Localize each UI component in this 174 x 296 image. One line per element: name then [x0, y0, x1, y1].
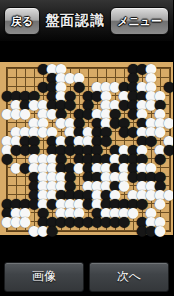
board-cell[interactable]: ● [93, 82, 102, 91]
board-cell[interactable]: ● [129, 109, 138, 118]
board-cell[interactable]: ● [93, 163, 102, 172]
image-button[interactable]: 画像 [4, 262, 84, 292]
board-cell[interactable]: ● [138, 226, 147, 235]
board-cell[interactable] [3, 64, 12, 73]
board-cell[interactable]: ● [21, 208, 30, 217]
board-cell[interactable] [12, 172, 21, 181]
board-cell[interactable] [156, 208, 165, 217]
board-cell[interactable]: ● [48, 199, 57, 208]
board-cell[interactable]: ● [102, 82, 111, 91]
board-cell[interactable]: ● [120, 100, 129, 109]
board-cell[interactable] [165, 127, 174, 136]
board-cell[interactable] [30, 217, 39, 226]
board-cell[interactable]: ● [129, 91, 138, 100]
board-cell[interactable]: ● [39, 172, 48, 181]
board-cell[interactable]: ● [93, 109, 102, 118]
board-cell[interactable]: ● [138, 91, 147, 100]
board-cell[interactable] [57, 226, 66, 235]
board-cell[interactable]: ● [138, 136, 147, 145]
board-cell[interactable]: ● [3, 217, 12, 226]
board-cell[interactable]: ● [12, 163, 21, 172]
board-cell[interactable]: ● [102, 154, 111, 163]
board-cell[interactable]: ● [30, 163, 39, 172]
board-cell[interactable]: ● [102, 91, 111, 100]
board-cell[interactable]: ● [147, 91, 156, 100]
board-cell[interactable]: ● [57, 73, 66, 82]
board-cell[interactable]: ● [147, 208, 156, 217]
board-cell[interactable]: ● [75, 73, 84, 82]
board-cell[interactable]: ● [156, 181, 165, 190]
board-cell[interactable]: ● [12, 136, 21, 145]
board-cell[interactable] [111, 127, 120, 136]
board-cell[interactable] [3, 172, 12, 181]
board-cell[interactable] [156, 163, 165, 172]
board-cell[interactable] [138, 208, 147, 217]
board-cell[interactable] [30, 64, 39, 73]
board-cell[interactable]: ● [84, 199, 93, 208]
board-cell[interactable] [156, 73, 165, 82]
board-cell[interactable]: ● [75, 109, 84, 118]
board-cell[interactable]: ● [84, 190, 93, 199]
board-cell[interactable]: ● [156, 100, 165, 109]
board-cell[interactable] [165, 91, 174, 100]
board-cell[interactable] [66, 82, 75, 91]
board-cell[interactable]: ● [57, 181, 66, 190]
board-cell[interactable] [120, 226, 129, 235]
board-cell[interactable]: ● [129, 154, 138, 163]
board-cell[interactable]: ● [102, 199, 111, 208]
board-cell[interactable]: ● [111, 109, 120, 118]
board-cell[interactable] [147, 154, 156, 163]
board-cell[interactable]: ● [156, 118, 165, 127]
board-cell[interactable]: ● [156, 190, 165, 199]
board-cell[interactable]: ● [21, 199, 30, 208]
board-cell[interactable]: ● [93, 199, 102, 208]
board-cell[interactable]: ● [102, 190, 111, 199]
board-cell[interactable]: ● [138, 127, 147, 136]
board-cell[interactable]: ● [75, 199, 84, 208]
board-cell[interactable]: ● [57, 145, 66, 154]
board-cell[interactable]: ● [66, 163, 75, 172]
board-cell[interactable]: ● [48, 181, 57, 190]
board-cell[interactable]: ● [12, 91, 21, 100]
board-cell[interactable] [165, 181, 174, 190]
board-cell[interactable] [165, 163, 174, 172]
board-cell[interactable]: ● [138, 100, 147, 109]
board-cell[interactable] [3, 163, 12, 172]
board-cell[interactable]: ● [3, 208, 12, 217]
board-cell[interactable] [12, 64, 21, 73]
board-cell[interactable]: ● [48, 127, 57, 136]
board-cell[interactable] [147, 199, 156, 208]
board-cell[interactable]: ● [102, 118, 111, 127]
board-cell[interactable] [93, 100, 102, 109]
board-cell[interactable]: ● [30, 127, 39, 136]
board-cell[interactable]: ● [138, 64, 147, 73]
next-button[interactable]: 次へ [89, 262, 169, 292]
board-cell[interactable]: ● [57, 154, 66, 163]
board-cell[interactable] [138, 73, 147, 82]
board-cell[interactable] [93, 64, 102, 73]
board-cell[interactable] [165, 100, 174, 109]
board-cell[interactable]: ● [57, 118, 66, 127]
board-cell[interactable]: ● [147, 136, 156, 145]
board-cell[interactable]: ● [120, 208, 129, 217]
board-cell[interactable]: ● [111, 217, 120, 226]
board-cell[interactable]: ● [30, 199, 39, 208]
board-cell[interactable] [21, 82, 30, 91]
board-cell[interactable] [21, 64, 30, 73]
board-cell[interactable]: ● [12, 100, 21, 109]
board-cell[interactable]: ● [66, 208, 75, 217]
board-cell[interactable]: ● [3, 91, 12, 100]
board-cell[interactable]: ● [138, 190, 147, 199]
board-cell[interactable] [111, 136, 120, 145]
board-cell[interactable]: ● [147, 100, 156, 109]
board-cell[interactable]: ● [93, 208, 102, 217]
board-cell[interactable] [21, 181, 30, 190]
board-cell[interactable]: ● [147, 217, 156, 226]
board-cell[interactable] [75, 172, 84, 181]
board-cell[interactable]: ● [48, 145, 57, 154]
board-cell[interactable]: ● [93, 136, 102, 145]
board-cell[interactable] [84, 64, 93, 73]
board-cell[interactable]: ● [165, 190, 174, 199]
board-cell[interactable]: ● [30, 226, 39, 235]
board-cell[interactable] [147, 145, 156, 154]
board-cell[interactable] [66, 226, 75, 235]
board-cell[interactable]: ● [156, 145, 165, 154]
board-cell[interactable]: ● [48, 109, 57, 118]
board-cell[interactable]: ● [3, 154, 12, 163]
board-cell[interactable] [84, 73, 93, 82]
board-cell[interactable] [3, 118, 12, 127]
board-cell[interactable] [165, 199, 174, 208]
board-cell[interactable] [111, 73, 120, 82]
board-cell[interactable] [12, 190, 21, 199]
board-cell[interactable] [66, 64, 75, 73]
board-cell[interactable]: ● [48, 226, 57, 235]
board-cell[interactable]: ● [147, 82, 156, 91]
board-cell[interactable]: ● [84, 181, 93, 190]
board-cell[interactable]: ● [84, 136, 93, 145]
board-cell[interactable] [21, 226, 30, 235]
board-cell[interactable]: ● [66, 118, 75, 127]
board-cell[interactable]: ● [30, 154, 39, 163]
board-cell[interactable] [12, 181, 21, 190]
board-cell[interactable]: ● [57, 91, 66, 100]
board-cell[interactable]: ● [84, 145, 93, 154]
board-cell[interactable] [3, 100, 12, 109]
board-cell[interactable]: ● [30, 181, 39, 190]
board-cell[interactable]: ● [129, 190, 138, 199]
board-cell[interactable]: ● [138, 172, 147, 181]
board-cell[interactable] [66, 154, 75, 163]
board-cell[interactable]: ● [57, 109, 66, 118]
board-cell[interactable] [129, 136, 138, 145]
board-cell[interactable]: ● [39, 154, 48, 163]
board-cell[interactable]: ● [102, 172, 111, 181]
board-cell[interactable] [39, 91, 48, 100]
board-cell[interactable]: ● [165, 118, 174, 127]
board-cell[interactable]: ● [93, 181, 102, 190]
board-cell[interactable] [30, 109, 39, 118]
board-cell[interactable]: ● [39, 226, 48, 235]
board-cell[interactable]: ● [75, 154, 84, 163]
board-cell[interactable]: ● [102, 109, 111, 118]
board-cell[interactable] [84, 226, 93, 235]
board-cell[interactable]: ● [21, 136, 30, 145]
board-cell[interactable] [165, 64, 174, 73]
board-cell[interactable] [111, 91, 120, 100]
board-cell[interactable] [102, 64, 111, 73]
board-cell[interactable] [57, 127, 66, 136]
board-cell[interactable] [102, 226, 111, 235]
board-cell[interactable]: ● [21, 91, 30, 100]
board-cell[interactable] [21, 118, 30, 127]
board-cell[interactable]: ● [12, 217, 21, 226]
board-cell[interactable] [111, 64, 120, 73]
board-cell[interactable] [120, 109, 129, 118]
board-cell[interactable]: ● [138, 163, 147, 172]
board-cell[interactable]: ● [147, 181, 156, 190]
board-cell[interactable]: ● [75, 127, 84, 136]
board-cell[interactable]: ● [75, 217, 84, 226]
board-cell[interactable] [129, 226, 138, 235]
board-cell[interactable]: ● [57, 199, 66, 208]
board-cell[interactable]: ● [84, 127, 93, 136]
board-cell[interactable]: ● [111, 199, 120, 208]
board-cell[interactable]: ● [30, 91, 39, 100]
board-cell[interactable]: ● [66, 91, 75, 100]
board-cell[interactable] [75, 64, 84, 73]
board-cell[interactable]: ● [120, 145, 129, 154]
board-cell[interactable]: ● [138, 82, 147, 91]
board-cell[interactable] [165, 154, 174, 163]
board-cell[interactable]: ● [48, 154, 57, 163]
board-cell[interactable]: ● [138, 199, 147, 208]
board-cell[interactable] [3, 73, 12, 82]
board-cell[interactable]: ● [147, 163, 156, 172]
board-cell[interactable]: ● [39, 100, 48, 109]
board-cell[interactable]: ● [39, 217, 48, 226]
board-cell[interactable]: ● [93, 190, 102, 199]
board-cell[interactable]: ● [138, 154, 147, 163]
board-cell[interactable]: ● [84, 109, 93, 118]
board-cell[interactable] [75, 91, 84, 100]
board-cell[interactable]: ● [57, 136, 66, 145]
board-cell[interactable]: ● [120, 181, 129, 190]
board-cell[interactable]: ● [84, 172, 93, 181]
board-cell[interactable]: ● [156, 91, 165, 100]
board-cell[interactable]: ● [129, 127, 138, 136]
board-cell[interactable] [30, 208, 39, 217]
board-cell[interactable]: ● [102, 136, 111, 145]
board-cell[interactable]: ● [156, 199, 165, 208]
board-cell[interactable]: ● [111, 181, 120, 190]
board-cell[interactable]: ● [147, 127, 156, 136]
board-cell[interactable] [21, 172, 30, 181]
board-cell[interactable]: ● [39, 118, 48, 127]
board-cell[interactable]: ● [3, 199, 12, 208]
board-cell[interactable]: ● [111, 145, 120, 154]
board-cell[interactable]: ● [12, 208, 21, 217]
board-cell[interactable] [93, 73, 102, 82]
board-cell[interactable]: ● [21, 163, 30, 172]
board-cell[interactable]: ● [102, 163, 111, 172]
board-cell[interactable]: ● [48, 64, 57, 73]
board-cell[interactable] [84, 208, 93, 217]
board-cell[interactable]: ● [30, 118, 39, 127]
board-cell[interactable]: ● [120, 154, 129, 163]
board-cell[interactable]: ● [120, 82, 129, 91]
board-cell[interactable] [156, 136, 165, 145]
board-cell[interactable]: ● [48, 91, 57, 100]
board-cell[interactable] [165, 73, 174, 82]
board-cell[interactable]: ● [39, 64, 48, 73]
board-cell[interactable]: ● [147, 172, 156, 181]
board-cell[interactable]: ● [75, 163, 84, 172]
board-cell[interactable]: ● [21, 127, 30, 136]
board-cell[interactable] [3, 190, 12, 199]
board-cell[interactable]: ● [129, 100, 138, 109]
board-cell[interactable]: ● [120, 217, 129, 226]
board-cell[interactable]: ● [66, 217, 75, 226]
board-cell[interactable] [120, 136, 129, 145]
board-cell[interactable]: ● [129, 145, 138, 154]
board-cell[interactable]: ● [30, 172, 39, 181]
board-cell[interactable] [48, 118, 57, 127]
board-cell[interactable]: ● [165, 136, 174, 145]
board-cell[interactable]: ● [111, 163, 120, 172]
board-cell[interactable]: ● [147, 64, 156, 73]
board-cell[interactable]: ● [138, 217, 147, 226]
board-cell[interactable] [156, 82, 165, 91]
board-cell[interactable]: ● [120, 163, 129, 172]
board-cell[interactable] [21, 190, 30, 199]
board-cell[interactable] [12, 118, 21, 127]
board-cell[interactable]: ● [129, 82, 138, 91]
board-cell[interactable]: ● [111, 118, 120, 127]
board-cell[interactable] [48, 208, 57, 217]
board-cell[interactable]: ● [48, 163, 57, 172]
board-cell[interactable]: ● [66, 181, 75, 190]
board-cell[interactable]: ● [21, 100, 30, 109]
board-cell[interactable] [165, 226, 174, 235]
board-cell[interactable]: ● [12, 145, 21, 154]
board-cell[interactable] [111, 226, 120, 235]
board-cell[interactable]: ● [39, 109, 48, 118]
board-cell[interactable]: ● [66, 127, 75, 136]
board-cell[interactable]: ● [84, 100, 93, 109]
board-cell[interactable]: ● [93, 127, 102, 136]
board-cell[interactable]: ● [48, 136, 57, 145]
board-cell[interactable]: ● [120, 118, 129, 127]
back-button[interactable]: 戻る [4, 7, 40, 35]
board-cell[interactable]: ● [111, 208, 120, 217]
board-cell[interactable]: ● [30, 100, 39, 109]
board-cell[interactable]: ● [111, 154, 120, 163]
board-cell[interactable]: ● [48, 172, 57, 181]
board-cell[interactable]: ● [48, 190, 57, 199]
board-cell[interactable]: ● [30, 136, 39, 145]
board-cell[interactable] [165, 172, 174, 181]
board-cell[interactable]: ● [147, 226, 156, 235]
board-cell[interactable]: ● [39, 127, 48, 136]
board-cell[interactable]: ● [102, 217, 111, 226]
board-cell[interactable] [165, 217, 174, 226]
board-cell[interactable] [84, 82, 93, 91]
board-cell[interactable]: ● [12, 199, 21, 208]
board-cell[interactable]: ● [129, 208, 138, 217]
board-cell[interactable]: ● [147, 73, 156, 82]
board-cell[interactable] [156, 64, 165, 73]
menu-button[interactable]: メニュー [110, 7, 169, 35]
board-cell[interactable]: ● [129, 64, 138, 73]
board-cell[interactable]: ● [147, 190, 156, 199]
board-cell[interactable]: ● [57, 217, 66, 226]
board-cell[interactable]: ● [138, 118, 147, 127]
board-cell[interactable]: ● [156, 127, 165, 136]
board-cell[interactable]: ● [102, 181, 111, 190]
board-cell[interactable]: ● [156, 217, 165, 226]
board-cell[interactable]: ● [138, 181, 147, 190]
board-cell[interactable]: ● [129, 199, 138, 208]
board-cell[interactable] [30, 73, 39, 82]
board-cell[interactable]: ● [84, 163, 93, 172]
board-cell[interactable]: ● [111, 172, 120, 181]
board-cell[interactable]: ● [21, 217, 30, 226]
board-cell[interactable]: ● [57, 100, 66, 109]
board-cell[interactable] [75, 226, 84, 235]
board-cell[interactable] [66, 109, 75, 118]
board-cell[interactable] [3, 127, 12, 136]
board-cell[interactable]: ● [93, 145, 102, 154]
board-cell[interactable]: ● [39, 208, 48, 217]
board-cell[interactable]: ● [21, 109, 30, 118]
board-cell[interactable] [75, 100, 84, 109]
board-cell[interactable] [30, 82, 39, 91]
board-cell[interactable]: ● [156, 226, 165, 235]
board-cell[interactable]: ● [66, 73, 75, 82]
board-cell[interactable]: ● [120, 127, 129, 136]
board-cell[interactable]: ● [57, 82, 66, 91]
board-cell[interactable] [3, 181, 12, 190]
board-cell[interactable]: ● [120, 172, 129, 181]
board-cell[interactable]: ● [84, 217, 93, 226]
board-cell[interactable]: ● [84, 154, 93, 163]
board-cell[interactable]: ● [48, 82, 57, 91]
board-cell[interactable] [12, 82, 21, 91]
board-cell[interactable]: ● [57, 64, 66, 73]
board-cell[interactable]: ● [111, 190, 120, 199]
board-cell[interactable]: ● [3, 136, 12, 145]
board-cell[interactable]: ● [129, 163, 138, 172]
board-cell[interactable]: ● [75, 136, 84, 145]
board-cell[interactable]: ● [93, 154, 102, 163]
board-cell[interactable]: ● [111, 100, 120, 109]
board-cell[interactable] [102, 73, 111, 82]
board-cell[interactable]: ● [75, 145, 84, 154]
board-cell[interactable] [39, 145, 48, 154]
board-cell[interactable]: ● [102, 208, 111, 217]
board-cell[interactable]: ● [3, 145, 12, 154]
board-cell[interactable] [165, 109, 174, 118]
board-cell[interactable]: ● [39, 199, 48, 208]
board-cell[interactable]: ● [12, 109, 21, 118]
board-cell[interactable] [21, 154, 30, 163]
board-cell[interactable] [165, 208, 174, 217]
